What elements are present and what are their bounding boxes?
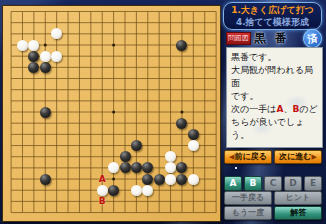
stone-black [154, 174, 165, 185]
stone-black [120, 162, 131, 173]
answer-option-A[interactable]: A [224, 176, 242, 191]
stone-white [131, 185, 142, 196]
done-stamp-icon: 済 [302, 28, 323, 49]
stone-white [97, 185, 108, 196]
problem-badge: 問題図 [226, 32, 251, 45]
stone-white [51, 51, 62, 62]
undo-move-button[interactable]: 一手戻る [224, 191, 272, 205]
stone-black [120, 151, 131, 162]
answer-option-D[interactable]: D [284, 176, 302, 191]
answer-button[interactable]: 解答 [274, 206, 322, 220]
lesson-title-line2: 4.捨てて模様形成 [224, 17, 321, 28]
stone-black [40, 107, 51, 118]
stone-white [188, 140, 199, 151]
app-window: AB 1.大きく広げて打つ 4.捨てて模様形成 問題図 黒番 済 黒番です。大局… [0, 0, 326, 224]
point-label-A[interactable]: A [99, 175, 106, 184]
stone-white [165, 174, 176, 185]
point-label-B[interactable]: B [99, 197, 106, 206]
stone-white [142, 185, 153, 196]
right-arrow-icon: ▶ [311, 153, 316, 161]
answer-option-B[interactable]: B [244, 176, 262, 191]
problem-description: 黒番です。大局観が問われる局面です。次の一手はA、Bのどちらが良いでしょう。 [226, 47, 323, 148]
go-board[interactable]: AB [2, 5, 221, 222]
stone-black [176, 40, 187, 51]
lesson-title-line1: 1.大きく広げて打つ [224, 4, 321, 17]
stone-black [40, 174, 51, 185]
stone-white [188, 174, 199, 185]
stone-black [40, 62, 51, 73]
stone-black [188, 129, 199, 140]
next-button[interactable]: 次に進む▶ [274, 150, 322, 164]
hint-button[interactable]: ヒント [274, 191, 322, 205]
stone-black [108, 185, 119, 196]
prev-button[interactable]: ◀前に戻る [224, 150, 272, 164]
stone-black [142, 174, 153, 185]
stone-white [40, 51, 51, 62]
answer-option-C[interactable]: C [264, 176, 282, 191]
stone-white [28, 40, 39, 51]
stone-black [176, 174, 187, 185]
stone-white [17, 40, 28, 51]
stone-black [28, 51, 39, 62]
answer-option-E[interactable]: E [304, 176, 322, 191]
turn-indicator: 黒番 [254, 30, 296, 47]
stone-black [131, 140, 142, 151]
lesson-title-banner: 1.大きく広げて打つ 4.捨てて模様形成 [223, 2, 322, 30]
retry-button[interactable]: もう一度 [224, 206, 272, 220]
